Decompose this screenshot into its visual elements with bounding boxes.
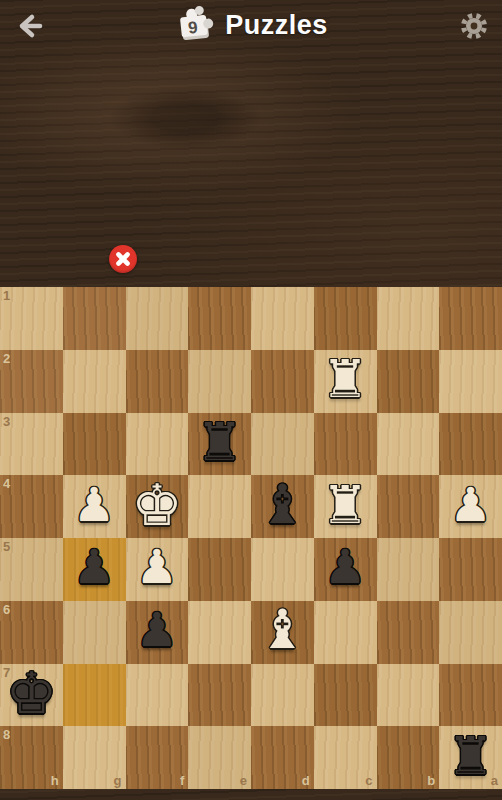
square-h6[interactable]: 6: [0, 601, 63, 664]
gear-icon: [459, 11, 489, 44]
square-b5[interactable]: [377, 538, 440, 601]
square-h4[interactable]: 4: [0, 475, 63, 538]
square-b4[interactable]: [377, 475, 440, 538]
piece-black-bishop-d4[interactable]: ♝: [258, 474, 306, 536]
back-arrow-icon: [15, 11, 45, 44]
svg-text:9: 9: [187, 18, 198, 38]
square-a2[interactable]: [439, 350, 502, 413]
square-b7[interactable]: [377, 664, 440, 727]
square-c4[interactable]: ♜: [314, 475, 377, 538]
square-d3[interactable]: [251, 413, 314, 476]
wrong-move-badge: [109, 245, 137, 273]
square-f5[interactable]: ♟: [126, 538, 189, 601]
square-b3[interactable]: [377, 413, 440, 476]
square-c1[interactable]: [314, 287, 377, 350]
square-a4[interactable]: ♟: [439, 475, 502, 538]
square-d4[interactable]: ♝: [251, 475, 314, 538]
square-g1[interactable]: [63, 287, 126, 350]
square-g2[interactable]: [63, 350, 126, 413]
square-d1[interactable]: [251, 287, 314, 350]
square-a7[interactable]: [439, 664, 502, 727]
square-e6[interactable]: [188, 601, 251, 664]
square-e5[interactable]: [188, 538, 251, 601]
piece-white-bishop-d6[interactable]: ♝: [258, 599, 306, 661]
square-h2[interactable]: 2: [0, 350, 63, 413]
piece-white-pawn-f5[interactable]: ♟: [136, 536, 178, 598]
rank-label-2: 2: [3, 352, 10, 365]
piece-white-pawn-a4[interactable]: ♟: [450, 474, 492, 536]
square-h8[interactable]: 8h: [0, 726, 63, 789]
piece-black-king-h7[interactable]: ♚: [6, 662, 57, 724]
square-b6[interactable]: [377, 601, 440, 664]
square-b8[interactable]: b: [377, 726, 440, 789]
file-label-c: c: [365, 774, 372, 787]
square-c7[interactable]: [314, 664, 377, 727]
square-g8[interactable]: g: [63, 726, 126, 789]
square-f8[interactable]: f: [126, 726, 189, 789]
square-h5[interactable]: 5: [0, 538, 63, 601]
file-label-b: b: [427, 774, 435, 787]
square-g5[interactable]: ♟: [63, 538, 126, 601]
square-f7[interactable]: [126, 664, 189, 727]
rank-label-3: 3: [3, 415, 10, 428]
piece-white-rook-c4[interactable]: ♜: [322, 474, 369, 536]
square-g6[interactable]: [63, 601, 126, 664]
square-e1[interactable]: [188, 287, 251, 350]
square-f1[interactable]: [126, 287, 189, 350]
piece-black-rook-a8[interactable]: ♜: [447, 725, 494, 787]
piece-white-king-f4[interactable]: ♚: [131, 474, 182, 536]
rank-label-6: 6: [3, 603, 10, 616]
square-h7[interactable]: 7♚: [0, 664, 63, 727]
square-f4[interactable]: ♚: [126, 475, 189, 538]
square-h3[interactable]: 3: [0, 413, 63, 476]
square-f3[interactable]: [126, 413, 189, 476]
square-g7[interactable]: [63, 664, 126, 727]
wrong-move-x-icon: [109, 245, 137, 273]
page-title: Puzzles: [225, 10, 328, 41]
square-c8[interactable]: c: [314, 726, 377, 789]
piece-white-rook-c2[interactable]: ♜: [322, 348, 369, 410]
square-a3[interactable]: [439, 413, 502, 476]
square-b2[interactable]: [377, 350, 440, 413]
piece-black-pawn-g5[interactable]: ♟: [73, 536, 115, 598]
square-d5[interactable]: [251, 538, 314, 601]
file-label-e: e: [240, 774, 247, 787]
file-label-f: f: [180, 774, 184, 787]
square-f6[interactable]: ♟: [126, 601, 189, 664]
square-d6[interactable]: ♝: [251, 601, 314, 664]
square-c2[interactable]: ♜: [314, 350, 377, 413]
square-c3[interactable]: [314, 413, 377, 476]
square-a1[interactable]: [439, 287, 502, 350]
chess-board: 12♜3♜4♟♚♝♜♟5♟♟♟6♟♝7♚8hgfedcba♜: [0, 287, 502, 789]
square-a5[interactable]: [439, 538, 502, 601]
settings-button[interactable]: [454, 7, 494, 47]
square-g3[interactable]: [63, 413, 126, 476]
square-c5[interactable]: ♟: [314, 538, 377, 601]
piece-black-pawn-c5[interactable]: ♟: [324, 536, 366, 598]
square-d8[interactable]: d: [251, 726, 314, 789]
square-a8[interactable]: a♜: [439, 726, 502, 789]
square-e2[interactable]: [188, 350, 251, 413]
file-label-d: d: [302, 774, 310, 787]
square-a6[interactable]: [439, 601, 502, 664]
square-e3[interactable]: ♜: [188, 413, 251, 476]
rank-label-8: 8: [3, 728, 10, 741]
square-e7[interactable]: [188, 664, 251, 727]
square-b1[interactable]: [377, 287, 440, 350]
puzzle-piece-icon: 9: [174, 5, 216, 45]
square-h1[interactable]: 1: [0, 287, 63, 350]
square-c6[interactable]: [314, 601, 377, 664]
square-e4[interactable]: [188, 475, 251, 538]
square-g4[interactable]: ♟: [63, 475, 126, 538]
rank-label-4: 4: [3, 477, 10, 490]
square-d2[interactable]: [251, 350, 314, 413]
square-d7[interactable]: [251, 664, 314, 727]
header: 9 Puzzles: [0, 0, 502, 50]
rank-label-5: 5: [3, 540, 10, 553]
square-f2[interactable]: [126, 350, 189, 413]
back-button[interactable]: [10, 7, 50, 47]
file-label-g: g: [114, 774, 122, 787]
square-e8[interactable]: e: [188, 726, 251, 789]
rank-label-1: 1: [3, 289, 10, 302]
piece-black-rook-e3[interactable]: ♜: [196, 411, 243, 473]
file-label-h: h: [51, 774, 59, 787]
title-group: 9 Puzzles: [0, 0, 502, 50]
piece-white-pawn-g4[interactable]: ♟: [73, 474, 115, 536]
piece-black-pawn-f6[interactable]: ♟: [136, 599, 178, 661]
